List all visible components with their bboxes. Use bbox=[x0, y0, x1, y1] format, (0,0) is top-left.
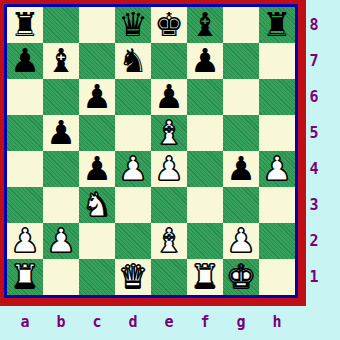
square-g2[interactable]: ♟ bbox=[223, 223, 259, 259]
square-c7[interactable] bbox=[79, 43, 115, 79]
square-d2[interactable] bbox=[115, 223, 151, 259]
white-pawn: ♟ bbox=[46, 223, 76, 259]
square-a4[interactable] bbox=[7, 151, 43, 187]
black-pawn: ♟ bbox=[10, 43, 40, 79]
square-a2[interactable]: ♟ bbox=[7, 223, 43, 259]
white-knight: ♞ bbox=[82, 187, 112, 223]
square-a8[interactable]: ♜ bbox=[7, 7, 43, 43]
square-b2[interactable]: ♟ bbox=[43, 223, 79, 259]
square-b3[interactable] bbox=[43, 187, 79, 223]
square-b5[interactable]: ♟ bbox=[43, 115, 79, 151]
square-f1[interactable]: ♜ bbox=[187, 259, 223, 295]
square-e5[interactable]: ♝ bbox=[151, 115, 187, 151]
square-b4[interactable] bbox=[43, 151, 79, 187]
square-f7[interactable]: ♟ bbox=[187, 43, 223, 79]
square-g7[interactable] bbox=[223, 43, 259, 79]
white-pawn: ♟ bbox=[118, 151, 148, 187]
rank-label-6: 6 bbox=[300, 79, 328, 115]
square-c4[interactable]: ♟ bbox=[79, 151, 115, 187]
square-a3[interactable] bbox=[7, 187, 43, 223]
square-f6[interactable] bbox=[187, 79, 223, 115]
file-labels: abcdefgh bbox=[7, 311, 295, 333]
file-label-h: h bbox=[259, 311, 295, 333]
rank-label-8: 8 bbox=[300, 7, 328, 43]
square-c8[interactable] bbox=[79, 7, 115, 43]
black-pawn: ♟ bbox=[190, 43, 220, 79]
black-bishop: ♝ bbox=[46, 43, 76, 79]
square-h3[interactable] bbox=[259, 187, 295, 223]
square-c1[interactable] bbox=[79, 259, 115, 295]
file-label-c: c bbox=[79, 311, 115, 333]
white-pawn: ♟ bbox=[10, 223, 40, 259]
rank-label-5: 5 bbox=[300, 115, 328, 151]
square-h2[interactable] bbox=[259, 223, 295, 259]
black-queen: ♛ bbox=[118, 7, 148, 43]
square-c5[interactable] bbox=[79, 115, 115, 151]
square-f2[interactable] bbox=[187, 223, 223, 259]
chess-diagram: ♜♛♚♝♜♟♝♞♟♟♟♟♝♟♟♟♟♟♞♟♟♝♟♜♛♜♚ abcdefgh 876… bbox=[0, 0, 340, 340]
square-h4[interactable]: ♟ bbox=[259, 151, 295, 187]
square-a5[interactable] bbox=[7, 115, 43, 151]
chess-board: ♜♛♚♝♜♟♝♞♟♟♟♟♝♟♟♟♟♟♞♟♟♝♟♜♛♜♚ bbox=[7, 7, 295, 295]
board-frame-blue: ♜♛♚♝♜♟♝♞♟♟♟♟♝♟♟♟♟♟♞♟♟♝♟♜♛♜♚ bbox=[4, 4, 298, 298]
black-rook: ♜ bbox=[262, 7, 292, 43]
rank-label-2: 2 bbox=[300, 223, 328, 259]
black-knight: ♞ bbox=[118, 43, 148, 79]
square-b7[interactable]: ♝ bbox=[43, 43, 79, 79]
square-h1[interactable] bbox=[259, 259, 295, 295]
square-g4[interactable]: ♟ bbox=[223, 151, 259, 187]
black-bishop: ♝ bbox=[190, 7, 220, 43]
square-e3[interactable] bbox=[151, 187, 187, 223]
black-king: ♚ bbox=[154, 7, 184, 43]
board-frame-red: ♜♛♚♝♜♟♝♞♟♟♟♟♝♟♟♟♟♟♞♟♟♝♟♜♛♜♚ bbox=[0, 0, 306, 306]
square-h8[interactable]: ♜ bbox=[259, 7, 295, 43]
square-g5[interactable] bbox=[223, 115, 259, 151]
square-d1[interactable]: ♛ bbox=[115, 259, 151, 295]
white-pawn: ♟ bbox=[226, 223, 256, 259]
black-pawn: ♟ bbox=[82, 151, 112, 187]
square-b8[interactable] bbox=[43, 7, 79, 43]
square-f3[interactable] bbox=[187, 187, 223, 223]
black-pawn: ♟ bbox=[226, 151, 256, 187]
file-label-g: g bbox=[223, 311, 259, 333]
white-queen: ♛ bbox=[118, 259, 148, 295]
square-e6[interactable]: ♟ bbox=[151, 79, 187, 115]
square-f4[interactable] bbox=[187, 151, 223, 187]
white-rook: ♜ bbox=[10, 259, 40, 295]
file-label-a: a bbox=[7, 311, 43, 333]
rank-label-7: 7 bbox=[300, 43, 328, 79]
rank-label-3: 3 bbox=[300, 187, 328, 223]
white-bishop: ♝ bbox=[154, 223, 184, 259]
square-d6[interactable] bbox=[115, 79, 151, 115]
square-d4[interactable]: ♟ bbox=[115, 151, 151, 187]
square-b6[interactable] bbox=[43, 79, 79, 115]
black-rook: ♜ bbox=[10, 7, 40, 43]
square-d5[interactable] bbox=[115, 115, 151, 151]
square-d8[interactable]: ♛ bbox=[115, 7, 151, 43]
black-pawn: ♟ bbox=[154, 79, 184, 115]
file-label-b: b bbox=[43, 311, 79, 333]
white-bishop: ♝ bbox=[154, 115, 184, 151]
square-f8[interactable]: ♝ bbox=[187, 7, 223, 43]
square-f5[interactable] bbox=[187, 115, 223, 151]
square-c2[interactable] bbox=[79, 223, 115, 259]
square-h5[interactable] bbox=[259, 115, 295, 151]
white-king: ♚ bbox=[226, 259, 256, 295]
file-label-f: f bbox=[187, 311, 223, 333]
square-e4[interactable]: ♟ bbox=[151, 151, 187, 187]
white-pawn: ♟ bbox=[154, 151, 184, 187]
square-g1[interactable]: ♚ bbox=[223, 259, 259, 295]
square-e7[interactable] bbox=[151, 43, 187, 79]
black-pawn: ♟ bbox=[82, 79, 112, 115]
square-c3[interactable]: ♞ bbox=[79, 187, 115, 223]
file-label-d: d bbox=[115, 311, 151, 333]
rank-label-1: 1 bbox=[300, 259, 328, 295]
square-d3[interactable] bbox=[115, 187, 151, 223]
square-b1[interactable] bbox=[43, 259, 79, 295]
square-h6[interactable] bbox=[259, 79, 295, 115]
white-rook: ♜ bbox=[190, 259, 220, 295]
square-d7[interactable]: ♞ bbox=[115, 43, 151, 79]
square-g6[interactable] bbox=[223, 79, 259, 115]
square-e2[interactable]: ♝ bbox=[151, 223, 187, 259]
square-h7[interactable] bbox=[259, 43, 295, 79]
square-g8[interactable] bbox=[223, 7, 259, 43]
square-a1[interactable]: ♜ bbox=[7, 259, 43, 295]
square-c6[interactable]: ♟ bbox=[79, 79, 115, 115]
square-a7[interactable]: ♟ bbox=[7, 43, 43, 79]
square-e1[interactable] bbox=[151, 259, 187, 295]
file-label-e: e bbox=[151, 311, 187, 333]
black-pawn: ♟ bbox=[46, 115, 76, 151]
square-e8[interactable]: ♚ bbox=[151, 7, 187, 43]
white-pawn: ♟ bbox=[262, 151, 292, 187]
square-g3[interactable] bbox=[223, 187, 259, 223]
square-a6[interactable] bbox=[7, 79, 43, 115]
rank-labels: 87654321 bbox=[300, 7, 328, 295]
rank-label-4: 4 bbox=[300, 151, 328, 187]
